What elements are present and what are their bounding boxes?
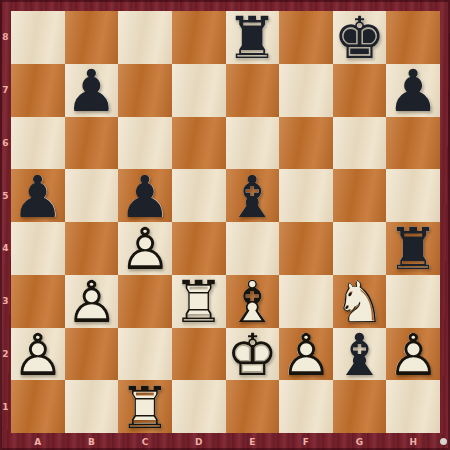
square-b1[interactable] xyxy=(65,380,119,433)
square-a6[interactable] xyxy=(11,117,65,170)
piece-black-king-g8[interactable]: ♚♔ xyxy=(333,11,387,64)
square-e2[interactable]: ♚♔ xyxy=(226,328,280,381)
piece-white-pawn-b3[interactable]: ♟♙ xyxy=(65,275,119,328)
square-g3[interactable]: ♞♘ xyxy=(333,275,387,328)
piece-black-pawn-h7[interactable]: ♟♙ xyxy=(386,64,440,117)
square-d8[interactable] xyxy=(172,11,226,64)
square-h3[interactable] xyxy=(386,275,440,328)
piece-black-rook-h4[interactable]: ♜♖ xyxy=(386,222,440,275)
square-f6[interactable] xyxy=(279,117,333,170)
white-rook-icon: ♜ xyxy=(172,275,226,328)
file-label-c: C xyxy=(118,433,172,450)
piece-white-rook-c1[interactable]: ♜♖ xyxy=(118,380,172,433)
square-b8[interactable] xyxy=(65,11,119,64)
square-d1[interactable] xyxy=(172,380,226,433)
square-g1[interactable] xyxy=(333,380,387,433)
white-pawn-outline-icon: ♙ xyxy=(118,222,172,275)
black-pawn-outline-icon: ♙ xyxy=(386,64,440,117)
square-d6[interactable] xyxy=(172,117,226,170)
black-rook-icon: ♜ xyxy=(386,222,440,275)
rank-label-4: 4 xyxy=(0,222,11,275)
white-rook-outline-icon: ♖ xyxy=(118,380,172,433)
piece-black-bishop-e5[interactable]: ♝♗ xyxy=(226,169,280,222)
piece-black-rook-e8[interactable]: ♜♖ xyxy=(226,11,280,64)
square-d3[interactable]: ♜♖ xyxy=(172,275,226,328)
square-c7[interactable] xyxy=(118,64,172,117)
square-a2[interactable]: ♟♙ xyxy=(11,328,65,381)
file-label-b: B xyxy=(65,433,119,450)
piece-white-rook-d3[interactable]: ♜♖ xyxy=(172,275,226,328)
square-f2[interactable]: ♟♙ xyxy=(279,328,333,381)
square-b2[interactable] xyxy=(65,328,119,381)
black-pawn-icon: ♟ xyxy=(65,64,119,117)
rank-label-7: 7 xyxy=(0,64,11,117)
square-d5[interactable] xyxy=(172,169,226,222)
square-h4[interactable]: ♜♖ xyxy=(386,222,440,275)
piece-black-bishop-g2[interactable]: ♝♗ xyxy=(333,328,387,381)
rank-label-8: 8 xyxy=(0,11,11,64)
square-e1[interactable] xyxy=(226,380,280,433)
square-f3[interactable] xyxy=(279,275,333,328)
file-label-d: D xyxy=(172,433,226,450)
white-pawn-icon: ♟ xyxy=(65,275,119,328)
square-e5[interactable]: ♝♗ xyxy=(226,169,280,222)
white-pawn-icon: ♟ xyxy=(279,328,333,381)
rank-labels: 8 7 6 5 4 3 2 1 xyxy=(0,11,11,433)
piece-white-pawn-h2[interactable]: ♟♙ xyxy=(386,328,440,381)
square-d4[interactable] xyxy=(172,222,226,275)
white-rook-outline-icon: ♖ xyxy=(172,275,226,328)
square-a4[interactable] xyxy=(11,222,65,275)
file-labels: A B C D E F G H xyxy=(11,433,440,450)
square-f1[interactable] xyxy=(279,380,333,433)
piece-white-pawn-f2[interactable]: ♟♙ xyxy=(279,328,333,381)
square-e3[interactable]: ♝♗ xyxy=(226,275,280,328)
white-pawn-icon: ♟ xyxy=(386,328,440,381)
white-pawn-icon: ♟ xyxy=(11,328,65,381)
rank-label-1: 1 xyxy=(0,380,11,433)
square-a1[interactable] xyxy=(11,380,65,433)
board: ♜♖♚♔♟♙♟♙♟♙♟♙♝♗♟♙♜♖♟♙♜♖♝♗♞♘♟♙♚♔♟♙♝♗♟♙♜♖ xyxy=(11,11,440,433)
piece-white-bishop-e3[interactable]: ♝♗ xyxy=(226,275,280,328)
square-e7[interactable] xyxy=(226,64,280,117)
black-king-outline-icon: ♔ xyxy=(333,11,387,64)
square-h1[interactable] xyxy=(386,380,440,433)
black-rook-outline-icon: ♖ xyxy=(226,11,280,64)
piece-black-pawn-c5[interactable]: ♟♙ xyxy=(118,169,172,222)
white-bishop-outline-icon: ♗ xyxy=(226,275,280,328)
piece-white-knight-g3[interactable]: ♞♘ xyxy=(333,275,387,328)
square-f7[interactable] xyxy=(279,64,333,117)
black-pawn-icon: ♟ xyxy=(11,169,65,222)
file-label-f: F xyxy=(279,433,333,450)
black-rook-outline-icon: ♖ xyxy=(386,222,440,275)
chess-board-frame: ♜♖♚♔♟♙♟♙♟♙♟♙♝♗♟♙♜♖♟♙♜♖♝♗♞♘♟♙♚♔♟♙♝♗♟♙♜♖ 8… xyxy=(0,0,450,450)
white-pawn-outline-icon: ♙ xyxy=(11,328,65,381)
square-c8[interactable] xyxy=(118,11,172,64)
square-d2[interactable] xyxy=(172,328,226,381)
file-label-h: H xyxy=(386,433,440,450)
file-label-e: E xyxy=(226,433,280,450)
square-h8[interactable] xyxy=(386,11,440,64)
rank-label-6: 6 xyxy=(0,117,11,170)
square-g6[interactable] xyxy=(333,117,387,170)
square-c2[interactable] xyxy=(118,328,172,381)
black-rook-icon: ♜ xyxy=(226,11,280,64)
black-bishop-icon: ♝ xyxy=(333,328,387,381)
square-c1[interactable]: ♜♖ xyxy=(118,380,172,433)
square-e6[interactable] xyxy=(226,117,280,170)
piece-black-pawn-a5[interactable]: ♟♙ xyxy=(11,169,65,222)
black-pawn-outline-icon: ♙ xyxy=(65,64,119,117)
white-knight-icon: ♞ xyxy=(333,275,387,328)
square-e8[interactable]: ♜♖ xyxy=(226,11,280,64)
rank-label-2: 2 xyxy=(0,328,11,381)
white-pawn-outline-icon: ♙ xyxy=(65,275,119,328)
square-c5[interactable]: ♟♙ xyxy=(118,169,172,222)
square-c4[interactable]: ♟♙ xyxy=(118,222,172,275)
black-pawn-icon: ♟ xyxy=(386,64,440,117)
white-king-icon: ♚ xyxy=(226,328,280,381)
file-label-a: A xyxy=(11,433,65,450)
black-king-icon: ♚ xyxy=(333,11,387,64)
black-pawn-outline-icon: ♙ xyxy=(118,169,172,222)
white-rook-icon: ♜ xyxy=(118,380,172,433)
piece-white-pawn-c4[interactable]: ♟♙ xyxy=(118,222,172,275)
square-g8[interactable]: ♚♔ xyxy=(333,11,387,64)
square-a7[interactable] xyxy=(11,64,65,117)
square-g2[interactable]: ♝♗ xyxy=(333,328,387,381)
piece-white-pawn-a2[interactable]: ♟♙ xyxy=(11,328,65,381)
square-g4[interactable] xyxy=(333,222,387,275)
square-a8[interactable] xyxy=(11,11,65,64)
square-h7[interactable]: ♟♙ xyxy=(386,64,440,117)
square-g7[interactable] xyxy=(333,64,387,117)
black-bishop-outline-icon: ♗ xyxy=(333,328,387,381)
square-b4[interactable] xyxy=(65,222,119,275)
square-b5[interactable] xyxy=(65,169,119,222)
rank-label-5: 5 xyxy=(0,169,11,222)
square-g5[interactable] xyxy=(333,169,387,222)
black-bishop-outline-icon: ♗ xyxy=(226,169,280,222)
square-f5[interactable] xyxy=(279,169,333,222)
white-bishop-icon: ♝ xyxy=(226,275,280,328)
square-a5[interactable]: ♟♙ xyxy=(11,169,65,222)
rank-label-3: 3 xyxy=(0,275,11,328)
piece-white-king-e2[interactable]: ♚♔ xyxy=(226,328,280,381)
white-pawn-icon: ♟ xyxy=(118,222,172,275)
square-e4[interactable] xyxy=(226,222,280,275)
square-b3[interactable]: ♟♙ xyxy=(65,275,119,328)
white-knight-outline-icon: ♘ xyxy=(333,275,387,328)
square-d7[interactable] xyxy=(172,64,226,117)
black-pawn-outline-icon: ♙ xyxy=(11,169,65,222)
square-c6[interactable] xyxy=(118,117,172,170)
piece-black-pawn-b7[interactable]: ♟♙ xyxy=(65,64,119,117)
square-f8[interactable] xyxy=(279,11,333,64)
square-h6[interactable] xyxy=(386,117,440,170)
black-bishop-icon: ♝ xyxy=(226,169,280,222)
file-label-g: G xyxy=(333,433,387,450)
white-pawn-outline-icon: ♙ xyxy=(279,328,333,381)
square-a3[interactable] xyxy=(11,275,65,328)
square-c3[interactable] xyxy=(118,275,172,328)
square-b6[interactable] xyxy=(65,117,119,170)
square-h5[interactable] xyxy=(386,169,440,222)
black-pawn-icon: ♟ xyxy=(118,169,172,222)
side-to-move-indicator-dot xyxy=(440,438,447,445)
square-h2[interactable]: ♟♙ xyxy=(386,328,440,381)
white-pawn-outline-icon: ♙ xyxy=(386,328,440,381)
square-b7[interactable]: ♟♙ xyxy=(65,64,119,117)
white-king-outline-icon: ♔ xyxy=(226,328,280,381)
square-f4[interactable] xyxy=(279,222,333,275)
